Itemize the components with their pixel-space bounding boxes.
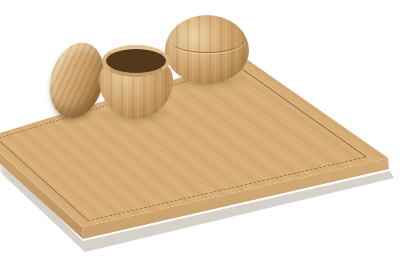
go-set-product-photo	[0, 0, 400, 269]
loose-stones-overlay	[0, 0, 400, 269]
